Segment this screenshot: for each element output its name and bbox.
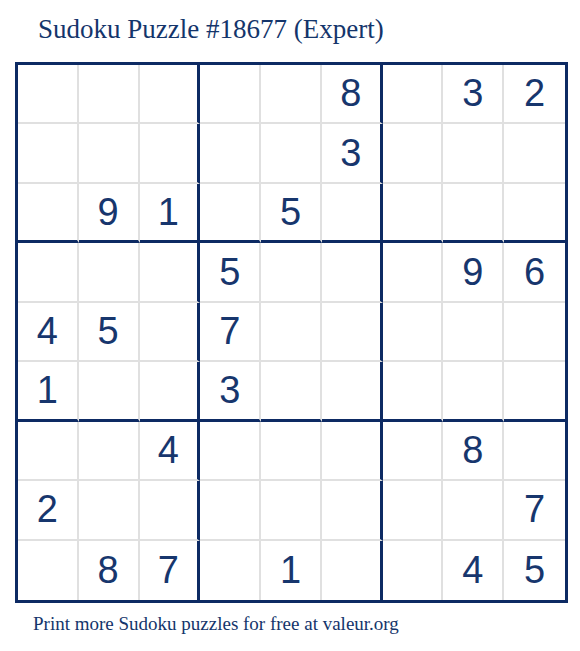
page-title: Sudoku Puzzle #18677 (Expert) (38, 13, 384, 45)
sudoku-given-r5c2: 5 (79, 303, 140, 362)
sudoku-cell-r3c9 (504, 184, 565, 243)
sudoku-cell-r7c9 (504, 422, 565, 481)
sudoku-given-r7c8: 8 (443, 422, 504, 481)
sudoku-given-r8c1: 2 (18, 481, 79, 540)
sudoku-cell-r2c5 (261, 124, 322, 183)
sudoku-given-r4c8: 9 (443, 243, 504, 302)
sudoku-given-r1c8: 3 (443, 65, 504, 124)
sudoku-cell-r2c9 (504, 124, 565, 183)
sudoku-cell-r5c8 (443, 303, 504, 362)
sudoku-cell-r5c5 (261, 303, 322, 362)
sudoku-cell-r2c3 (140, 124, 201, 183)
sudoku-given-r6c1: 1 (18, 362, 79, 421)
sudoku-cell-r6c7 (383, 362, 444, 421)
sudoku-cell-r6c8 (443, 362, 504, 421)
sudoku-given-r8c9: 7 (504, 481, 565, 540)
sudoku-cell-r8c8 (443, 481, 504, 540)
sudoku-cell-r1c3 (140, 65, 201, 124)
sudoku-cell-r3c1 (18, 184, 79, 243)
sudoku-cell-r8c3 (140, 481, 201, 540)
sudoku-cell-r1c5 (261, 65, 322, 124)
sudoku-cell-r2c1 (18, 124, 79, 183)
sudoku-cell-r1c2 (79, 65, 140, 124)
sudoku-cell-r3c6 (322, 184, 383, 243)
sudoku-cell-r4c3 (140, 243, 201, 302)
sudoku-cell-r5c6 (322, 303, 383, 362)
sudoku-cell-r9c1 (18, 541, 79, 600)
sudoku-given-r9c9: 5 (504, 541, 565, 600)
sudoku-cell-r2c2 (79, 124, 140, 183)
sudoku-cell-r5c3 (140, 303, 201, 362)
sudoku-cell-r6c6 (322, 362, 383, 421)
sudoku-cell-r3c7 (383, 184, 444, 243)
sudoku-cell-r7c6 (322, 422, 383, 481)
sudoku-given-r5c4: 7 (200, 303, 261, 362)
sudoku-cell-r8c5 (261, 481, 322, 540)
sudoku-cell-r3c4 (200, 184, 261, 243)
sudoku-cell-r6c5 (261, 362, 322, 421)
sudoku-cell-r5c7 (383, 303, 444, 362)
sudoku-given-r3c5: 5 (261, 184, 322, 243)
footer-text: Print more Sudoku puzzles for free at va… (33, 613, 399, 636)
sudoku-cell-r4c2 (79, 243, 140, 302)
sudoku-given-r3c2: 9 (79, 184, 140, 243)
sudoku-cell-r7c5 (261, 422, 322, 481)
sudoku-cell-r5c9 (504, 303, 565, 362)
sudoku-cell-r2c7 (383, 124, 444, 183)
sudoku-given-r6c4: 3 (200, 362, 261, 421)
sudoku-given-r3c3: 1 (140, 184, 201, 243)
sudoku-cell-r1c4 (200, 65, 261, 124)
sudoku-cell-r1c7 (383, 65, 444, 124)
sudoku-given-r1c6: 8 (322, 65, 383, 124)
sudoku-cell-r2c4 (200, 124, 261, 183)
sudoku-given-r9c2: 8 (79, 541, 140, 600)
sudoku-given-r7c3: 4 (140, 422, 201, 481)
sudoku-cell-r8c6 (322, 481, 383, 540)
sudoku-cell-r6c9 (504, 362, 565, 421)
sudoku-cell-r3c8 (443, 184, 504, 243)
sudoku-cell-r2c8 (443, 124, 504, 183)
sudoku-given-r9c8: 4 (443, 541, 504, 600)
sudoku-given-r1c9: 2 (504, 65, 565, 124)
sudoku-cell-r9c4 (200, 541, 261, 600)
sudoku-cell-r8c7 (383, 481, 444, 540)
sudoku-given-r5c1: 4 (18, 303, 79, 362)
sudoku-cell-r4c1 (18, 243, 79, 302)
sudoku-given-r9c3: 7 (140, 541, 201, 600)
sudoku-cell-r7c2 (79, 422, 140, 481)
sudoku-board: 832391559645713482787145 (15, 62, 568, 603)
sudoku-cell-r4c7 (383, 243, 444, 302)
sudoku-given-r4c4: 5 (200, 243, 261, 302)
sudoku-cell-r1c1 (18, 65, 79, 124)
sudoku-given-r2c6: 3 (322, 124, 383, 183)
sudoku-cell-r7c1 (18, 422, 79, 481)
sudoku-cell-r9c7 (383, 541, 444, 600)
sudoku-cell-r8c4 (200, 481, 261, 540)
sudoku-cell-r4c6 (322, 243, 383, 302)
sudoku-cell-r8c2 (79, 481, 140, 540)
sudoku-cell-r7c4 (200, 422, 261, 481)
sudoku-cell-r6c2 (79, 362, 140, 421)
sudoku-given-r4c9: 6 (504, 243, 565, 302)
sudoku-cell-r4c5 (261, 243, 322, 302)
sudoku-cell-r6c3 (140, 362, 201, 421)
sudoku-cell-r9c6 (322, 541, 383, 600)
sudoku-cell-r7c7 (383, 422, 444, 481)
sudoku-given-r9c5: 1 (261, 541, 322, 600)
